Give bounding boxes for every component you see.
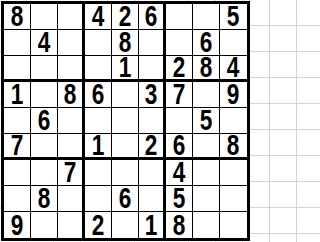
cell-r9c7[interactable]: 8 — [166, 212, 193, 238]
given-digit: 1 — [145, 212, 158, 238]
cell-r2c4[interactable] — [85, 30, 112, 56]
given-digit: 2 — [92, 212, 105, 238]
cell-r7c6[interactable] — [139, 160, 166, 186]
cell-r5c5[interactable] — [112, 108, 139, 134]
cell-r9c9[interactable] — [220, 212, 247, 238]
cell-r5c6[interactable] — [139, 108, 166, 134]
cell-r3c5[interactable]: 1 — [112, 56, 139, 82]
cell-r7c9[interactable] — [220, 160, 247, 186]
cell-r5c4[interactable] — [85, 108, 112, 134]
given-digit: 8 — [200, 56, 213, 82]
cell-r1c3[interactable] — [58, 4, 85, 30]
given-digit: 6 — [173, 134, 186, 160]
cell-r6c7[interactable]: 6 — [166, 134, 193, 160]
cell-r1c1[interactable]: 8 — [4, 4, 31, 30]
cell-r1c2[interactable] — [31, 4, 58, 30]
cell-r9c1[interactable]: 9 — [4, 212, 31, 238]
given-digit: 1 — [119, 56, 132, 82]
given-digit: 8 — [11, 4, 24, 30]
cell-r7c1[interactable] — [4, 160, 31, 186]
cell-r4c7[interactable]: 7 — [166, 82, 193, 108]
given-digit: 2 — [173, 56, 186, 82]
cell-r2c7[interactable] — [166, 30, 193, 56]
cell-r1c4[interactable]: 4 — [85, 4, 112, 30]
cell-r8c4[interactable] — [85, 186, 112, 212]
given-digit: 8 — [173, 212, 186, 238]
cell-r6c2[interactable] — [31, 134, 58, 160]
cell-r6c5[interactable] — [112, 134, 139, 160]
cell-r8c1[interactable] — [4, 186, 31, 212]
given-digit: 6 — [119, 186, 132, 212]
given-digit: 6 — [200, 30, 213, 56]
given-digit: 9 — [11, 212, 24, 238]
given-digit: 2 — [145, 134, 158, 160]
cell-r2c1[interactable] — [4, 30, 31, 56]
given-digit: 4 — [227, 56, 240, 82]
cell-r7c4[interactable] — [85, 160, 112, 186]
given-digit: 7 — [11, 134, 24, 160]
cell-r4c5[interactable] — [112, 82, 139, 108]
cell-r5c8[interactable]: 5 — [193, 108, 220, 134]
cell-r9c6[interactable]: 1 — [139, 212, 166, 238]
given-digit: 5 — [200, 108, 213, 134]
cell-r3c6[interactable] — [139, 56, 166, 82]
cell-r9c4[interactable]: 2 — [85, 212, 112, 238]
cell-r4c6[interactable]: 3 — [139, 82, 166, 108]
cell-r9c3[interactable] — [58, 212, 85, 238]
cell-r6c6[interactable]: 2 — [139, 134, 166, 160]
cell-r9c2[interactable] — [31, 212, 58, 238]
cell-r7c2[interactable] — [31, 160, 58, 186]
cell-r8c3[interactable] — [58, 186, 85, 212]
given-digit: 4 — [173, 160, 186, 186]
cell-r3c7[interactable]: 2 — [166, 56, 193, 82]
given-digit: 6 — [92, 82, 105, 108]
cell-r3c2[interactable] — [31, 56, 58, 82]
cell-r2c2[interactable]: 4 — [31, 30, 58, 56]
cell-r2c9[interactable] — [220, 30, 247, 56]
given-digit: 8 — [38, 186, 51, 212]
cell-r5c1[interactable] — [4, 108, 31, 134]
cell-r5c3[interactable] — [58, 108, 85, 134]
given-digit: 6 — [145, 4, 158, 30]
cell-r7c3[interactable]: 7 — [58, 160, 85, 186]
cell-r2c8[interactable]: 6 — [193, 30, 220, 56]
cell-r6c3[interactable] — [58, 134, 85, 160]
cell-r4c8[interactable] — [193, 82, 220, 108]
cell-r5c7[interactable] — [166, 108, 193, 134]
cell-r7c7[interactable]: 4 — [166, 160, 193, 186]
cell-r4c3[interactable]: 8 — [58, 82, 85, 108]
cell-r3c9[interactable]: 4 — [220, 56, 247, 82]
given-digit: 7 — [173, 82, 186, 108]
cell-r2c5[interactable]: 8 — [112, 30, 139, 56]
sudoku-board: 8426548612841863796571268748659218 — [1, 1, 250, 241]
given-digit: 1 — [92, 134, 105, 160]
cell-r5c2[interactable]: 6 — [31, 108, 58, 134]
cell-r7c8[interactable] — [193, 160, 220, 186]
cell-r9c8[interactable] — [193, 212, 220, 238]
cell-r1c8[interactable] — [193, 4, 220, 30]
cell-r2c3[interactable] — [58, 30, 85, 56]
given-digit: 8 — [64, 82, 77, 108]
cell-r4c9[interactable]: 9 — [220, 82, 247, 108]
cell-r4c1[interactable]: 1 — [4, 82, 31, 108]
cell-r5c9[interactable] — [220, 108, 247, 134]
cell-r4c4[interactable]: 6 — [85, 82, 112, 108]
cell-r8c2[interactable]: 8 — [31, 186, 58, 212]
given-digit: 3 — [145, 82, 158, 108]
cell-r1c6[interactable]: 6 — [139, 4, 166, 30]
cell-r2c6[interactable] — [139, 30, 166, 56]
cell-r9c5[interactable] — [112, 212, 139, 238]
cell-r8c5[interactable]: 6 — [112, 186, 139, 212]
cell-r8c8[interactable] — [193, 186, 220, 212]
cell-r7c5[interactable] — [112, 160, 139, 186]
cell-r6c9[interactable]: 8 — [220, 134, 247, 160]
cell-r1c5[interactable]: 2 — [112, 4, 139, 30]
given-digit: 6 — [38, 108, 51, 134]
given-digit: 8 — [227, 134, 240, 160]
cell-r6c8[interactable] — [193, 134, 220, 160]
given-digit: 5 — [227, 4, 240, 30]
cell-r8c6[interactable] — [139, 186, 166, 212]
cell-r3c1[interactable] — [4, 56, 31, 82]
given-digit: 8 — [119, 30, 132, 56]
given-digit: 4 — [92, 4, 105, 30]
cell-r3c3[interactable] — [58, 56, 85, 82]
cell-r3c4[interactable] — [85, 56, 112, 82]
cell-r3c8[interactable]: 8 — [193, 56, 220, 82]
given-digit: 4 — [38, 30, 51, 56]
cell-r1c9[interactable]: 5 — [220, 4, 247, 30]
cell-r6c1[interactable]: 7 — [4, 134, 31, 160]
cell-r4c2[interactable] — [31, 82, 58, 108]
cell-r8c7[interactable]: 5 — [166, 186, 193, 212]
given-digit: 1 — [11, 82, 24, 108]
cell-r6c4[interactable]: 1 — [85, 134, 112, 160]
given-digit: 2 — [119, 4, 132, 30]
given-digit: 5 — [173, 186, 186, 212]
given-digit: 9 — [227, 82, 240, 108]
given-digit: 7 — [64, 160, 77, 186]
cell-r1c7[interactable] — [166, 4, 193, 30]
cell-r8c9[interactable] — [220, 186, 247, 212]
